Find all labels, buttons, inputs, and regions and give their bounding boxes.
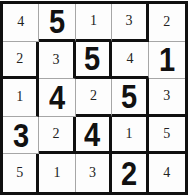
given-digit: 4	[84, 118, 100, 151]
given-digit: 3	[13, 119, 29, 152]
solution-digit: 3	[163, 89, 170, 103]
solution-digit: 5	[16, 166, 23, 180]
solution-digit: 3	[89, 166, 96, 180]
cell-r5c3[interactable]: 3	[76, 154, 112, 192]
given-digit: 4	[49, 81, 65, 114]
cell-r5c1[interactable]: 5	[3, 154, 39, 192]
cell-r3c4[interactable]: 5	[112, 79, 148, 117]
cell-r5c4[interactable]: 2	[112, 154, 148, 192]
puzzle-scan: 4513223541142533241551324	[0, 0, 190, 196]
cell-r1c3[interactable]: 1	[76, 4, 112, 42]
given-digit: 1	[159, 43, 175, 76]
given-digit: 2	[121, 157, 137, 190]
cell-r2c4[interactable]: 4	[112, 42, 148, 80]
solution-digit: 2	[163, 15, 170, 29]
solution-digit: 4	[126, 52, 133, 66]
solution-digit: 2	[53, 127, 60, 141]
solution-digit: 4	[17, 15, 24, 29]
cell-r1c4[interactable]: 3	[112, 4, 148, 42]
cell-r1c2[interactable]: 5	[39, 4, 75, 42]
solution-digit: 2	[16, 52, 23, 66]
cell-r3c1[interactable]: 1	[3, 79, 39, 117]
given-digit: 5	[121, 80, 137, 113]
solution-digit: 3	[53, 53, 60, 67]
cell-r4c3[interactable]: 4	[76, 117, 112, 155]
cell-r2c1[interactable]: 2	[3, 42, 39, 80]
cell-r3c2[interactable]: 4	[39, 79, 75, 117]
cell-r3c5[interactable]: 3	[149, 79, 185, 117]
solution-digit: 2	[90, 89, 97, 103]
cell-r3c3[interactable]: 2	[76, 79, 112, 117]
cell-r2c5[interactable]: 1	[149, 42, 185, 80]
solution-digit: 3	[125, 14, 132, 28]
cell-r4c2[interactable]: 2	[39, 117, 75, 155]
cell-r1c5[interactable]: 2	[149, 4, 185, 42]
cell-r2c3[interactable]: 5	[76, 42, 112, 80]
solution-digit: 1	[16, 90, 23, 104]
puzzle-grid: 4513223541142533241551324	[0, 1, 188, 195]
cell-r1c1[interactable]: 4	[3, 4, 39, 42]
cell-r5c5[interactable]: 4	[149, 154, 185, 192]
solution-digit: 1	[54, 166, 61, 180]
solution-digit: 1	[125, 127, 132, 141]
solution-digit: 5	[163, 127, 170, 141]
given-digit: 5	[49, 5, 65, 38]
cell-r4c5[interactable]: 5	[149, 117, 185, 155]
cell-r5c2[interactable]: 1	[39, 154, 75, 192]
solution-digit: 1	[90, 14, 97, 28]
cell-r4c4[interactable]: 1	[112, 117, 148, 155]
cell-r4c1[interactable]: 3	[3, 117, 39, 155]
cell-r2c2[interactable]: 3	[39, 42, 75, 80]
solution-digit: 4	[163, 166, 170, 180]
given-digit: 5	[84, 42, 100, 75]
